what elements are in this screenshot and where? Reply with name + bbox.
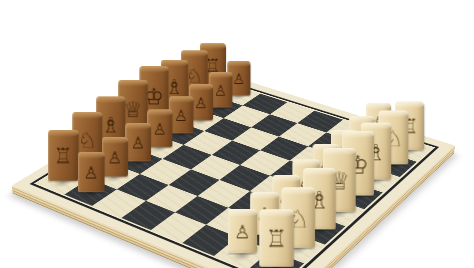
- piece-dark-rook-a8[interactable]: ♖: [48, 130, 79, 181]
- piece-light-pawn-a2[interactable]: ♙: [228, 209, 257, 253]
- pawn-glyph: ♙: [108, 150, 123, 166]
- pawn-glyph: ♙: [153, 122, 167, 138]
- queen-glyph: ♕: [123, 99, 143, 121]
- piece-dark-pawn-a7[interactable]: ♙: [77, 152, 104, 193]
- chess-set-photo: ♖♘♗♕♔♗♘♖♙♙♙♙♙♙♙♙♙♙♙♙♙♙♙♙♖♘♗♕♔♗♘♖: [0, 0, 474, 268]
- rook-glyph: ♖: [54, 146, 73, 168]
- pawn-glyph: ♙: [174, 108, 188, 123]
- pawn-glyph: ♙: [131, 135, 145, 151]
- pawn-glyph: ♙: [235, 224, 251, 242]
- knight-glyph: ♘: [78, 129, 98, 151]
- piece-light-rook-a1[interactable]: ♖: [259, 209, 294, 267]
- rook-glyph: ♖: [265, 228, 287, 252]
- board-playing-area: ♖♘♗♕♔♗♘♖♙♙♙♙♙♙♙♙♙♙♙♙♙♙♙♙♖♘♗♕♔♗♘♖: [30, 75, 440, 268]
- pawn-glyph: ♙: [194, 96, 207, 111]
- piece-dark-pawn-b7[interactable]: ♙: [102, 137, 128, 177]
- piece-layer: ♖♘♗♕♔♗♘♖♙♙♙♙♙♙♙♙♙♙♙♙♙♙♙♙♖♘♗♕♔♗♘♖: [37, 77, 433, 268]
- pawn-glyph: ♙: [83, 165, 98, 182]
- bishop-glyph: ♗: [101, 115, 120, 137]
- chess-board: ♖♘♗♕♔♗♘♖♙♙♙♙♙♙♙♙♙♙♙♙♙♙♙♙♖♘♗♕♔♗♘♖: [12, 69, 455, 268]
- piece-dark-pawn-c7[interactable]: ♙: [125, 123, 151, 162]
- pawn-glyph: ♙: [233, 72, 246, 86]
- pawn-glyph: ♙: [214, 84, 227, 99]
